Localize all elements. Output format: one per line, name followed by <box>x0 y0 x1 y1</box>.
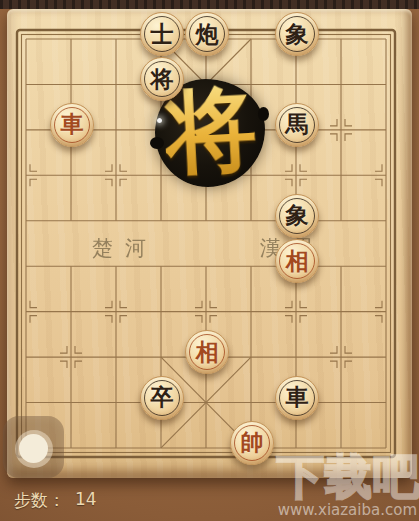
piece-glyph: 士 <box>151 23 174 46</box>
piece-black-pawn[interactable]: 卒 <box>140 376 184 420</box>
piece-red-elephant[interactable]: 相 <box>275 239 319 283</box>
watermark-logo: 下载吧 <box>277 453 419 500</box>
move-counter-label: 步数： <box>14 489 65 512</box>
piece-glyph: 車 <box>61 113 84 136</box>
piece-glyph: 炮 <box>196 23 219 46</box>
piece-glyph: 車 <box>286 386 309 409</box>
move-counter-value: 14 <box>75 489 97 512</box>
piece-black-elephant[interactable]: 象 <box>275 12 319 56</box>
piece-glyph: 象 <box>286 204 309 227</box>
move-counter: 步数： 14 <box>14 489 97 512</box>
piece-glyph: 相 <box>286 250 309 273</box>
piece-glyph: 将 <box>151 68 174 91</box>
piece-black-chariot[interactable]: 車 <box>275 376 319 420</box>
piece-black-elephant[interactable]: 象 <box>275 194 319 238</box>
corner-button-ring <box>15 430 53 468</box>
river-label-left: 楚河 <box>69 235 169 261</box>
xiangqi-app-screen: 楚河 漢界 将 士炮象将車馬象相相卒車帥 步数： 14 下载吧 www.xiaz… <box>0 0 419 521</box>
piece-glyph: 象 <box>286 23 309 46</box>
piece-glyph: 卒 <box>151 386 174 409</box>
sparkle-dot <box>157 118 162 123</box>
piece-red-elephant[interactable]: 相 <box>185 330 229 374</box>
piece-black-advisor[interactable]: 士 <box>140 12 184 56</box>
top-wood-strip <box>0 0 419 9</box>
piece-glyph: 相 <box>196 341 219 364</box>
piece-red-general[interactable]: 帥 <box>230 421 274 465</box>
piece-glyph: 帥 <box>241 431 264 454</box>
corner-button-dot <box>19 434 48 463</box>
watermark-url: www.xiazaiba.com <box>277 501 417 519</box>
piece-black-horse[interactable]: 馬 <box>275 103 319 147</box>
check-badge-glyph: 将 <box>162 82 259 179</box>
piece-red-chariot[interactable]: 車 <box>50 103 94 147</box>
corner-action-button[interactable] <box>3 416 64 478</box>
piece-glyph: 馬 <box>286 113 309 136</box>
watermark: 下载吧 www.xiazaiba.com <box>277 453 419 521</box>
piece-black-cannon[interactable]: 炮 <box>185 12 229 56</box>
